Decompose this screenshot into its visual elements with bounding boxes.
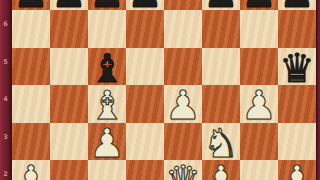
square-a3[interactable] [12,123,50,161]
rank-label-3: 3 [1,134,10,141]
chess-board: ♟♟♟♟♟♟♟♝♛♝♟♟♟♞♟♛♟♟ [12,0,316,180]
square-c5[interactable]: ♝ [88,48,126,86]
rank-label-5: 5 [1,59,10,66]
square-e6[interactable] [164,10,202,48]
square-f2[interactable]: ♟ [202,160,240,180]
square-b3[interactable] [50,123,88,161]
square-f3[interactable]: ♞ [202,123,240,161]
rank-label-6: 6 [1,21,10,28]
square-c7[interactable]: ♟ [88,0,126,10]
square-a2[interactable]: ♟ [12,160,50,180]
square-c4[interactable]: ♝ [88,85,126,123]
square-e5[interactable] [164,48,202,86]
square-d4[interactable] [126,85,164,123]
square-f4[interactable] [202,85,240,123]
square-f5[interactable] [202,48,240,86]
rank-label-4: 4 [1,96,10,103]
square-g5[interactable] [240,48,278,86]
square-b2[interactable] [50,160,88,180]
white-pawn-c3: ♟ [89,125,125,163]
white-knight-f3: ♞ [203,125,239,163]
white-bishop-c4: ♝ [89,87,125,125]
square-e3[interactable] [164,123,202,161]
square-h6[interactable] [278,10,316,48]
square-g2[interactable] [240,160,278,180]
square-g6[interactable] [240,10,278,48]
square-d3[interactable] [126,123,164,161]
square-c3[interactable]: ♟ [88,123,126,161]
square-d2[interactable] [126,160,164,180]
square-c2[interactable] [88,160,126,180]
square-d7[interactable]: ♟ [126,0,164,10]
chessboard-screenshot: ♟♟♟♟♟♟♟♝♛♝♟♟♟♞♟♛♟♟ 65432 [0,0,320,180]
square-h2[interactable]: ♟ [278,160,316,180]
square-e2[interactable]: ♛ [164,160,202,180]
square-a5[interactable] [12,48,50,86]
white-pawn-g4: ♟ [241,87,277,125]
black-queen-h5: ♛ [279,50,315,88]
square-g7[interactable]: ♟ [240,0,278,10]
rank-label-2: 2 [1,171,10,178]
square-c6[interactable] [88,10,126,48]
square-a4[interactable] [12,85,50,123]
square-g4[interactable]: ♟ [240,85,278,123]
white-queen-e2: ♛ [165,162,201,180]
square-d5[interactable] [126,48,164,86]
square-h5[interactable]: ♛ [278,48,316,86]
square-b5[interactable] [50,48,88,86]
square-h7[interactable]: ♟ [278,0,316,10]
square-b6[interactable] [50,10,88,48]
square-f7[interactable]: ♟ [202,0,240,10]
white-pawn-h2: ♟ [279,162,315,180]
square-g3[interactable] [240,123,278,161]
square-b4[interactable] [50,85,88,123]
white-pawn-a2: ♟ [13,162,49,180]
square-a7[interactable]: ♟ [12,0,50,10]
square-b7[interactable]: ♟ [50,0,88,10]
square-h4[interactable] [278,85,316,123]
square-e4[interactable]: ♟ [164,85,202,123]
black-bishop-c5: ♝ [89,50,125,88]
square-f6[interactable] [202,10,240,48]
white-pawn-f2: ♟ [203,162,239,180]
square-h3[interactable] [278,123,316,161]
board-frame-left: 65432 [0,0,12,180]
board-frame-right [316,0,320,180]
white-pawn-e4: ♟ [165,87,201,125]
square-a6[interactable] [12,10,50,48]
square-e7[interactable] [164,0,202,10]
square-d6[interactable] [126,10,164,48]
